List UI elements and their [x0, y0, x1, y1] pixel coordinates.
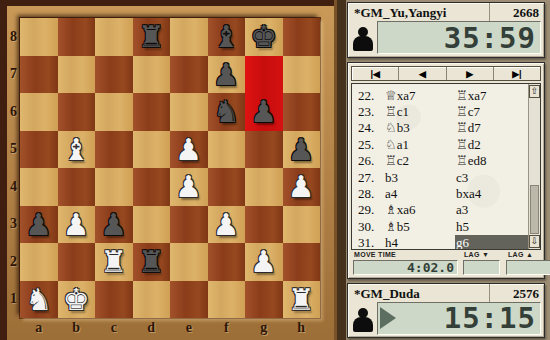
file-label-h: h — [283, 318, 321, 338]
move-black[interactable]: ♖ed8 — [455, 153, 528, 169]
square-e8[interactable] — [170, 18, 208, 56]
move-white[interactable]: ♖c2 — [385, 153, 455, 169]
lag-up-display — [506, 260, 550, 275]
player-avatar-icon — [353, 27, 373, 51]
piece-white-pawn[interactable]: ♟ — [175, 131, 202, 168]
piece-black-king[interactable]: ♚ — [250, 18, 277, 55]
square-f7[interactable]: ♟ — [208, 56, 246, 94]
file-label-b: b — [58, 318, 96, 338]
square-d7[interactable] — [133, 56, 171, 94]
move-number: 26. — [358, 153, 385, 169]
square-b4[interactable] — [58, 168, 96, 206]
move-number: 27. — [358, 170, 385, 186]
move-time-display: 4:02.0 — [353, 260, 458, 275]
square-b6[interactable] — [58, 93, 96, 131]
move-row: 22.♕xa7♖xa7 — [352, 87, 540, 103]
move-number: 28. — [358, 186, 385, 202]
move-white[interactable]: a4 — [385, 186, 455, 202]
move-number: 31. — [358, 235, 385, 250]
board-frame-edge — [0, 0, 337, 6]
square-g5[interactable] — [245, 131, 283, 169]
move-number: 29. — [358, 202, 385, 218]
piece-white-pawn[interactable]: ♟ — [175, 168, 202, 205]
move-row: 25.♘a1♖d2 — [352, 137, 540, 153]
square-h1[interactable]: ♜ — [283, 281, 321, 319]
square-g1[interactable] — [245, 281, 283, 319]
piece-white-bishop[interactable]: ♝ — [63, 131, 90, 168]
move-row: 28.a4bxa4 — [352, 186, 540, 202]
square-a2[interactable] — [20, 243, 58, 281]
nav-back-button[interactable]: ◀ — [399, 67, 446, 80]
square-f5[interactable] — [208, 131, 246, 169]
chess-client-window: 87654321 abcdefgh ♜♝♚♟♞♟♝♟♟♟♟♟♟♟♟♜♜♟♞♚♜ … — [0, 0, 550, 340]
piece-black-pawn[interactable]: ♟ — [250, 93, 277, 130]
move-white[interactable]: ♕b6 — [385, 83, 455, 87]
square-a4[interactable] — [20, 168, 58, 206]
square-c4[interactable] — [95, 168, 133, 206]
chess-board[interactable]: ♜♝♚♟♞♟♝♟♟♟♟♟♟♟♟♜♜♟♞♚♜ — [20, 18, 320, 318]
square-g4[interactable] — [245, 168, 283, 206]
board-frame-edge — [0, 0, 7, 340]
move-white[interactable]: b3 — [385, 170, 455, 186]
move-white[interactable]: ♕xa7 — [385, 88, 455, 104]
square-d4[interactable] — [133, 168, 171, 206]
player-panel-bottom: *GM_Duda 2576 15:15 — [347, 283, 545, 338]
lag-down-display — [463, 260, 500, 275]
square-h3[interactable] — [283, 206, 321, 244]
square-h4[interactable]: ♟ — [283, 168, 321, 206]
rank-label-5: 5 — [7, 131, 20, 169]
square-c7[interactable] — [95, 56, 133, 94]
square-h5[interactable]: ♟ — [283, 131, 321, 169]
rank-label-7: 7 — [7, 56, 20, 94]
piece-black-bishop[interactable]: ♝ — [213, 18, 240, 55]
square-d5[interactable] — [133, 131, 171, 169]
square-e6[interactable] — [170, 93, 208, 131]
piece-black-pawn[interactable]: ♟ — [213, 56, 240, 93]
square-e4[interactable]: ♟ — [170, 168, 208, 206]
square-h2[interactable] — [283, 243, 321, 281]
rank-label-8: 8 — [7, 18, 20, 56]
move-nav-bar: |◀◀▶▶| — [351, 66, 541, 81]
move-number: 21. — [358, 83, 385, 87]
scroll-down-icon[interactable]: ⇩ — [529, 235, 540, 248]
player-rating-top: 2668 — [489, 3, 544, 21]
square-b7[interactable] — [58, 56, 96, 94]
move-black[interactable]: ♖d7 — [455, 120, 528, 136]
square-f4[interactable] — [208, 168, 246, 206]
rank-label-2: 2 — [7, 243, 20, 281]
square-b2[interactable] — [58, 243, 96, 281]
square-g7[interactable] — [245, 56, 283, 94]
side-panel: *GM_Yu,Yangyi 2668 35:59 |◀◀▶▶| 21.♕b6c4… — [337, 0, 550, 340]
file-label-g: g — [245, 318, 283, 338]
move-panel: |◀◀▶▶| 21.♕b6c422.♕xa7♖xa723.♖c1♖c724.♘b… — [347, 62, 545, 279]
square-g8[interactable]: ♚ — [245, 18, 283, 56]
move-row: 30.♗b5h5 — [352, 219, 540, 235]
move-row: 31.h4g6 — [352, 235, 540, 250]
piece-white-pawn[interactable]: ♟ — [63, 206, 90, 243]
piece-white-pawn[interactable]: ♟ — [250, 243, 277, 280]
move-row: 29.♗xa6a3 — [352, 202, 540, 218]
file-label-f: f — [208, 318, 246, 338]
nav-forward-button[interactable]: ▶ — [447, 67, 494, 80]
square-e5[interactable]: ♟ — [170, 131, 208, 169]
move-black[interactable]: c3 — [455, 169, 528, 185]
move-number: 22. — [358, 88, 385, 104]
scroll-up-icon[interactable]: ⇧ — [529, 85, 540, 98]
square-e1[interactable] — [170, 281, 208, 319]
player-avatar-icon — [353, 308, 373, 332]
nav-first-button[interactable]: |◀ — [352, 67, 399, 80]
rank-label-3: 3 — [7, 206, 20, 244]
square-a8[interactable] — [20, 18, 58, 56]
active-turn-icon — [380, 307, 396, 329]
rank-label-6: 6 — [7, 93, 20, 131]
file-label-c: c — [95, 318, 133, 338]
file-label-d: d — [133, 318, 171, 338]
piece-black-pawn[interactable]: ♟ — [288, 131, 315, 168]
square-h7[interactable] — [283, 56, 321, 94]
player-name-bottom: *GM_Duda — [348, 284, 489, 302]
square-d8[interactable]: ♜ — [133, 18, 171, 56]
piece-black-knight[interactable]: ♞ — [213, 93, 240, 130]
piece-black-pawn[interactable]: ♟ — [100, 206, 127, 243]
square-c3[interactable]: ♟ — [95, 206, 133, 244]
square-d6[interactable] — [133, 93, 171, 131]
square-g6[interactable]: ♟ — [245, 93, 283, 131]
move-black[interactable]: bxa4 — [455, 186, 528, 202]
move-number: 30. — [358, 219, 385, 235]
square-d2[interactable]: ♜ — [133, 243, 171, 281]
piece-white-rook[interactable]: ♜ — [100, 243, 127, 280]
piece-white-knight[interactable]: ♞ — [25, 281, 52, 318]
square-a7[interactable] — [20, 56, 58, 94]
square-c5[interactable] — [95, 131, 133, 169]
piece-white-king[interactable]: ♚ — [63, 281, 90, 318]
square-b8[interactable] — [58, 18, 96, 56]
square-c8[interactable] — [95, 18, 133, 56]
move-list-scrollbar[interactable]: ⇧ ⇩ — [528, 84, 540, 249]
square-e2[interactable] — [170, 243, 208, 281]
file-label-e: e — [170, 318, 208, 338]
move-row: 27.b3c3 — [352, 169, 540, 185]
square-g2[interactable]: ♟ — [245, 243, 283, 281]
rank-label-4: 4 — [7, 168, 20, 206]
square-c2[interactable]: ♜ — [95, 243, 133, 281]
square-b1[interactable]: ♚ — [58, 281, 96, 319]
square-e3[interactable] — [170, 206, 208, 244]
lag-up-label: LAG ▲ — [508, 251, 533, 258]
move-white[interactable]: ♘a1 — [385, 137, 455, 153]
move-black[interactable]: ♖c7 — [455, 104, 528, 120]
square-g3[interactable] — [245, 206, 283, 244]
move-white[interactable]: ♗b5 — [385, 219, 455, 235]
square-d1[interactable] — [133, 281, 171, 319]
square-b5[interactable]: ♝ — [58, 131, 96, 169]
move-black[interactable]: g6 — [455, 235, 528, 250]
piece-black-rook[interactable]: ♜ — [138, 243, 165, 280]
move-white[interactable]: ♖c1 — [385, 104, 455, 120]
square-b3[interactable]: ♟ — [58, 206, 96, 244]
nav-last-button[interactable]: ▶| — [494, 67, 540, 80]
square-a6[interactable] — [20, 93, 58, 131]
clock-bottom: 15:15 — [377, 302, 541, 335]
square-h6[interactable] — [283, 93, 321, 131]
square-h8[interactable] — [283, 18, 321, 56]
move-black[interactable]: ♖d2 — [455, 137, 528, 153]
rank-label-1: 1 — [7, 281, 20, 319]
player-panel-top: *GM_Yu,Yangyi 2668 35:59 — [347, 2, 545, 58]
piece-black-rook[interactable]: ♜ — [138, 18, 165, 55]
square-c6[interactable] — [95, 93, 133, 131]
file-label-a: a — [20, 318, 58, 338]
move-time-label: MOVE TIME — [354, 251, 396, 258]
clock-top: 35:59 — [377, 21, 541, 54]
move-row: 26.♖c2♖ed8 — [352, 153, 540, 169]
move-white[interactable]: ♘b3 — [385, 120, 455, 136]
lag-down-label: LAG ▼ — [464, 251, 489, 258]
square-f6[interactable]: ♞ — [208, 93, 246, 131]
square-a1[interactable]: ♞ — [20, 281, 58, 319]
player-name-top: *GM_Yu,Yangyi — [348, 3, 489, 21]
file-labels: abcdefgh — [20, 318, 320, 338]
square-e7[interactable] — [170, 56, 208, 94]
move-black[interactable]: h5 — [455, 219, 528, 235]
rank-labels: 87654321 — [7, 18, 20, 318]
square-f8[interactable]: ♝ — [208, 18, 246, 56]
move-number: 23. — [358, 104, 385, 120]
piece-black-pawn[interactable]: ♟ — [25, 206, 52, 243]
scrollbar-thumb[interactable] — [530, 185, 539, 234]
square-f1[interactable] — [208, 281, 246, 319]
piece-white-pawn[interactable]: ♟ — [288, 168, 315, 205]
move-list[interactable]: 21.♕b6c422.♕xa7♖xa723.♖c1♖c724.♘b3♖d725.… — [351, 83, 541, 250]
piece-white-pawn[interactable]: ♟ — [213, 206, 240, 243]
square-a5[interactable] — [20, 131, 58, 169]
move-black[interactable]: ♖xa7 — [455, 87, 528, 103]
move-black[interactable]: a3 — [455, 202, 528, 218]
move-row: 23.♖c1♖c7 — [352, 104, 540, 120]
move-number: 25. — [358, 137, 385, 153]
player-rating-bottom: 2576 — [489, 284, 544, 302]
square-c1[interactable] — [95, 281, 133, 319]
move-white[interactable]: ♗xa6 — [385, 202, 455, 218]
square-a3[interactable]: ♟ — [20, 206, 58, 244]
square-d3[interactable] — [133, 206, 171, 244]
piece-white-rook[interactable]: ♜ — [288, 281, 315, 318]
move-row: 24.♘b3♖d7 — [352, 120, 540, 136]
square-f3[interactable]: ♟ — [208, 206, 246, 244]
move-white[interactable]: h4 — [385, 235, 455, 250]
square-f2[interactable] — [208, 243, 246, 281]
move-number: 24. — [358, 120, 385, 136]
chess-board-area: 87654321 abcdefgh ♜♝♚♟♞♟♝♟♟♟♟♟♟♟♟♜♜♟♞♚♜ — [0, 0, 337, 340]
